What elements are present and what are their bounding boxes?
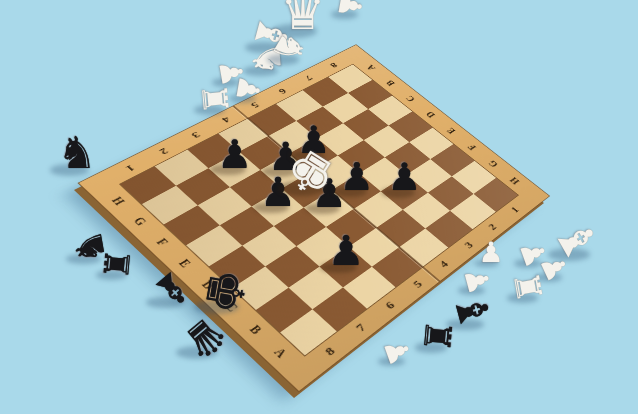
piece-shadow xyxy=(245,42,283,54)
scattered-white-rook-12: ♜ xyxy=(509,269,548,305)
piece-shadow xyxy=(507,293,538,303)
piece-shadow xyxy=(243,66,277,77)
scattered-white-pawn-14: ♟ xyxy=(378,334,415,370)
scattered-black-knight-1: ♞ xyxy=(68,227,111,267)
scattered-white-bishop-1: ♝ xyxy=(246,10,296,57)
scattered-white-pawn-7: ♟ xyxy=(333,0,367,21)
piece-shadow xyxy=(458,286,485,294)
piece-shadow xyxy=(267,54,299,64)
scattered-white-pawn-5: ♟ xyxy=(231,73,265,105)
piece-shadow xyxy=(66,254,100,265)
piece-shadow xyxy=(514,259,541,267)
piece-shadow xyxy=(535,273,562,281)
piece-shadow xyxy=(176,346,217,359)
piece-shadow xyxy=(96,270,127,280)
piece-shadow xyxy=(194,105,225,115)
scattered-black-bishop-6: ♝ xyxy=(447,287,497,334)
scattered-white-knight-2: ♞ xyxy=(247,40,288,77)
scattered-black-king-4: ♚ xyxy=(196,265,253,318)
piece-shadow xyxy=(272,24,317,38)
scattered-black-rook-2: ♜ xyxy=(99,247,136,280)
piece-shadow xyxy=(212,78,239,86)
piece-shadow xyxy=(548,248,589,261)
scattered-black-queen-5: ♛ xyxy=(174,307,235,369)
scattered-white-bishop-8: ♝ xyxy=(547,211,607,270)
scattered-white-pawn-10: ♟ xyxy=(514,236,551,272)
piece-shadow xyxy=(446,319,484,331)
piece-shadow xyxy=(229,94,256,102)
piece-shadow xyxy=(146,297,184,309)
piece-shadow xyxy=(378,357,405,365)
scattered-pieces: ♛♝♞♞♟♟♜♟♝♟♟♟♜♟♟♞♜♝♚♛♝♜ xyxy=(0,0,638,414)
piece-shadow xyxy=(331,10,358,18)
piece-shadow xyxy=(474,260,499,268)
scattered-white-rook-6: ♜ xyxy=(197,82,234,115)
photo-scene: ♞ 8A1H7B2G6C3F5D4E4E5D3F6C2G7B1H8A ♟♟♟♟♟… xyxy=(0,0,638,414)
scattered-white-knight-3: ♞ xyxy=(265,25,312,71)
scattered-white-pawn-13: ♟ xyxy=(459,264,495,298)
scattered-black-rook-7: ♜ xyxy=(418,318,457,353)
piece-shadow xyxy=(194,300,239,314)
piece-shadow xyxy=(415,342,447,352)
scattered-white-pawn-11: ♟ xyxy=(535,249,574,286)
scattered-white-pawn-9: ♟ xyxy=(478,239,503,267)
scattered-black-bishop-3: ♝ xyxy=(144,261,200,317)
scattered-white-pawn-4: ♟ xyxy=(214,57,248,89)
scattered-white-queen-0: ♛ xyxy=(281,0,326,37)
